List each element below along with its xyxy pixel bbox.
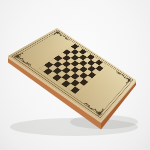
- photo-stage: [0, 0, 150, 150]
